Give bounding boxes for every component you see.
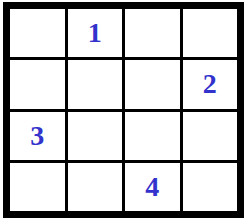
given-digit: 2: [203, 70, 217, 98]
cell-r2c4[interactable]: 2: [183, 60, 238, 108]
cell-r1c4[interactable]: [183, 9, 238, 57]
cell-r1c3[interactable]: [125, 9, 180, 57]
puzzle-board: 1 2 3 4: [3, 2, 244, 218]
cell-r3c3[interactable]: [125, 112, 180, 160]
cell-r4c4[interactable]: [183, 163, 238, 211]
given-digit: 1: [88, 19, 102, 47]
cell-r4c2[interactable]: [68, 163, 123, 211]
cell-r2c2[interactable]: [68, 60, 123, 108]
cell-r2c3[interactable]: [125, 60, 180, 108]
cell-r2c1[interactable]: [10, 60, 65, 108]
cell-r3c2[interactable]: [68, 112, 123, 160]
cell-r1c2[interactable]: 1: [68, 9, 123, 57]
cell-r3c4[interactable]: [183, 112, 238, 160]
cell-r4c1[interactable]: [10, 163, 65, 211]
given-digit: 4: [145, 173, 159, 201]
given-digit: 3: [30, 122, 44, 150]
cell-r1c1[interactable]: [10, 9, 65, 57]
cell-r4c3[interactable]: 4: [125, 163, 180, 211]
cell-r3c1[interactable]: 3: [10, 112, 65, 160]
